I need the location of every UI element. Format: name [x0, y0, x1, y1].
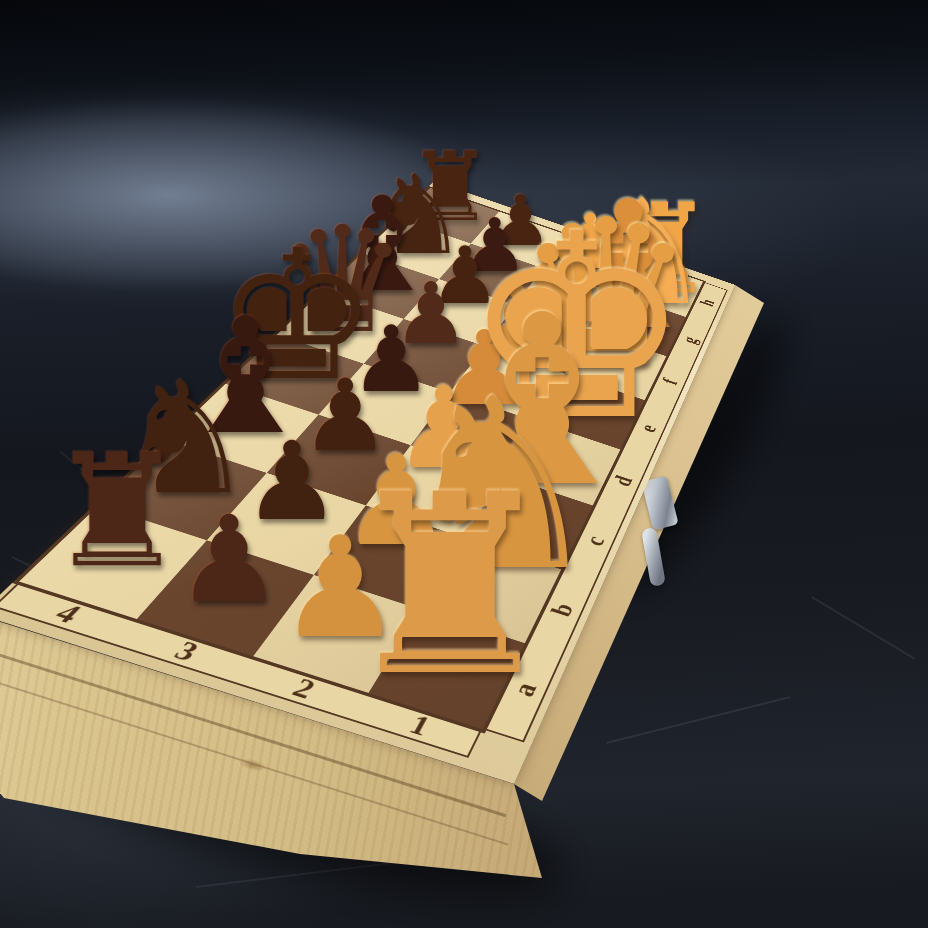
- scene: 4321 abcdefgh ♜♞♝♚♛♝♞♜♟♟♟♟♟♟♟♟♟♟♟♟♟♟♟♟♜♞…: [0, 0, 928, 928]
- piece-light-rook-a1[interactable]: ♜: [339, 462, 562, 710]
- piece-dark-pawn-a3[interactable]: ♟: [176, 500, 283, 620]
- piece-dark-rook-a4[interactable]: ♜: [47, 434, 186, 589]
